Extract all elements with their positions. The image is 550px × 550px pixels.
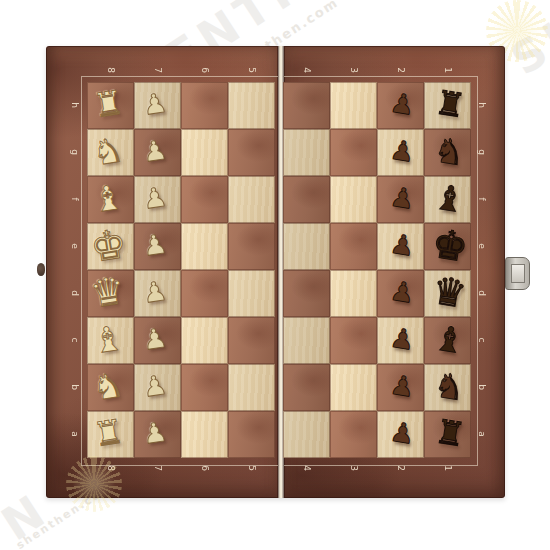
piece-white-rook-a8: ♜ (91, 414, 125, 451)
file-label-right-c: c (477, 335, 487, 345)
square-a2: ♟ (377, 411, 424, 458)
piece-white-bishop-f8: ♝ (90, 179, 125, 217)
square-b6 (181, 364, 228, 411)
square-b7: ♟ (134, 364, 181, 411)
square-f2: ♟ (377, 176, 424, 223)
square-f5 (228, 176, 275, 223)
piece-black-pawn-f2: ♟ (389, 183, 417, 213)
square-f1: ♝ (424, 176, 471, 223)
square-a7: ♟ (134, 411, 181, 458)
product-photo: SHENTHEN shenthen.com SH N shenthen.com … (0, 0, 550, 550)
file-label-left-h: h (70, 100, 80, 110)
square-c5 (228, 317, 275, 364)
square-e4 (283, 223, 330, 270)
file-label-right-d: d (477, 288, 487, 298)
file-label-right-e: e (477, 241, 487, 251)
piece-black-queen-d1: ♛ (430, 270, 470, 313)
square-g4 (283, 129, 330, 176)
square-d1: ♛ (424, 270, 471, 317)
square-a1: ♜ (424, 411, 471, 458)
rank-label-top-8: 8 (106, 65, 116, 75)
square-h4 (283, 82, 330, 129)
square-b8: ♞ (87, 364, 134, 411)
square-f7: ♟ (134, 176, 181, 223)
square-b2: ♟ (377, 364, 424, 411)
file-label-left-d: d (70, 288, 80, 298)
square-c2: ♟ (377, 317, 424, 364)
square-h2: ♟ (377, 82, 424, 129)
square-h6 (181, 82, 228, 129)
square-e3 (330, 223, 377, 270)
square-c7: ♟ (134, 317, 181, 364)
file-label-right-g: g (477, 147, 487, 157)
file-label-left-f: f (70, 194, 80, 204)
square-d6 (181, 270, 228, 317)
rank-label-top-5: 5 (247, 65, 257, 75)
piece-black-rook-a1: ♜ (433, 414, 467, 451)
square-f8: ♝ (87, 176, 134, 223)
square-h3 (330, 82, 377, 129)
piece-white-pawn-c7: ♟ (141, 324, 169, 354)
square-b3 (330, 364, 377, 411)
file-label-right-a: a (477, 429, 487, 439)
square-e2: ♟ (377, 223, 424, 270)
square-g2: ♟ (377, 129, 424, 176)
file-label-left-g: g (70, 147, 80, 157)
rank-label-top-7: 7 (153, 65, 163, 75)
piece-black-pawn-c2: ♟ (389, 324, 417, 354)
square-c1: ♝ (424, 317, 471, 364)
rank-label-bottom-5: 5 (247, 463, 257, 473)
square-d7: ♟ (134, 270, 181, 317)
piece-black-pawn-a2: ♟ (389, 418, 417, 448)
piece-white-pawn-a7: ♟ (141, 418, 169, 448)
piece-black-bishop-c1: ♝ (432, 320, 467, 358)
piece-black-pawn-d2: ♟ (389, 277, 417, 307)
file-label-right-h: h (477, 100, 487, 110)
file-label-left-e: e (70, 241, 80, 251)
square-e7: ♟ (134, 223, 181, 270)
square-h8: ♜ (87, 82, 134, 129)
square-d3 (330, 270, 377, 317)
piece-black-pawn-e2: ♟ (389, 230, 417, 260)
piece-white-queen-d8: ♛ (88, 270, 128, 313)
rank-label-bottom-3: 3 (349, 463, 359, 473)
square-g1: ♞ (424, 129, 471, 176)
rank-label-top-6: 6 (200, 65, 210, 75)
square-g5 (228, 129, 275, 176)
square-f6 (181, 176, 228, 223)
square-d2: ♟ (377, 270, 424, 317)
squares-grid-right: ♟♜♟♞♟♝♟♚♟♛♟♝♟♞♟♜ (283, 82, 471, 458)
piece-white-pawn-d7: ♟ (141, 277, 169, 307)
piece-white-pawn-h7: ♟ (141, 89, 169, 119)
rank-label-top-4: 4 (302, 65, 312, 75)
square-a6 (181, 411, 228, 458)
piece-black-knight-g1: ♞ (432, 132, 467, 170)
square-d8: ♛ (87, 270, 134, 317)
chess-board: ♜♟♞♟♝♟♚♟♛♟♝♟♞♟♜♟ ♟♜♟♞♟♝♟♚♟♛♟♝♟♞♟♜ 876543… (46, 46, 505, 498)
piece-white-knight-g8: ♞ (90, 132, 125, 170)
metal-latch (503, 257, 530, 288)
square-c4 (283, 317, 330, 364)
square-e8: ♚ (87, 223, 134, 270)
piece-white-pawn-f7: ♟ (141, 183, 169, 213)
rank-label-top-1: 1 (443, 65, 453, 75)
square-g8: ♞ (87, 129, 134, 176)
square-c6 (181, 317, 228, 364)
piece-black-pawn-g2: ♟ (389, 136, 417, 166)
square-b4 (283, 364, 330, 411)
square-c8: ♝ (87, 317, 134, 364)
file-label-left-a: a (70, 429, 80, 439)
square-h1: ♜ (424, 82, 471, 129)
piece-white-pawn-e7: ♟ (141, 230, 169, 260)
square-e1: ♚ (424, 223, 471, 270)
piece-white-pawn-b7: ♟ (141, 371, 169, 401)
piece-black-pawn-h2: ♟ (389, 89, 417, 119)
piece-white-pawn-g7: ♟ (141, 136, 169, 166)
square-a4 (283, 411, 330, 458)
file-label-right-f: f (477, 194, 487, 204)
square-g6 (181, 129, 228, 176)
square-h5 (228, 82, 275, 129)
latch-plate (511, 264, 525, 283)
rank-label-top-2: 2 (396, 65, 406, 75)
square-d4 (283, 270, 330, 317)
piece-black-knight-b1: ♞ (432, 367, 467, 405)
file-label-right-b: b (477, 382, 487, 392)
squares-grid-left: ♜♟♞♟♝♟♚♟♛♟♝♟♞♟♜♟ (87, 82, 275, 458)
piece-white-knight-b8: ♞ (90, 367, 125, 405)
rank-label-bottom-7: 7 (153, 463, 163, 473)
square-c3 (330, 317, 377, 364)
file-label-left-c: c (70, 335, 80, 345)
rank-label-bottom-4: 4 (302, 463, 312, 473)
square-a5 (228, 411, 275, 458)
square-b5 (228, 364, 275, 411)
square-b1: ♞ (424, 364, 471, 411)
starburst-watermark-icon (66, 456, 122, 512)
piece-black-pawn-b2: ♟ (389, 371, 417, 401)
square-g7: ♟ (134, 129, 181, 176)
rank-label-bottom-1: 1 (443, 463, 453, 473)
square-e6 (181, 223, 228, 270)
square-f4 (283, 176, 330, 223)
piece-black-king-e1: ♚ (429, 222, 471, 267)
square-f3 (330, 176, 377, 223)
square-d5 (228, 270, 275, 317)
square-g3 (330, 129, 377, 176)
rank-label-top-3: 3 (349, 65, 359, 75)
piece-black-bishop-f1: ♝ (432, 179, 467, 217)
rank-label-bottom-2: 2 (396, 463, 406, 473)
square-e5 (228, 223, 275, 270)
rank-label-bottom-6: 6 (200, 463, 210, 473)
piece-white-bishop-c8: ♝ (90, 320, 125, 358)
square-h7: ♟ (134, 82, 181, 129)
piece-white-rook-h8: ♜ (91, 85, 125, 122)
hinge-pin (37, 263, 45, 276)
file-label-left-b: b (70, 382, 80, 392)
piece-white-king-e8: ♚ (87, 222, 129, 267)
square-a3 (330, 411, 377, 458)
piece-black-rook-h1: ♜ (433, 85, 467, 122)
square-a8: ♜ (87, 411, 134, 458)
